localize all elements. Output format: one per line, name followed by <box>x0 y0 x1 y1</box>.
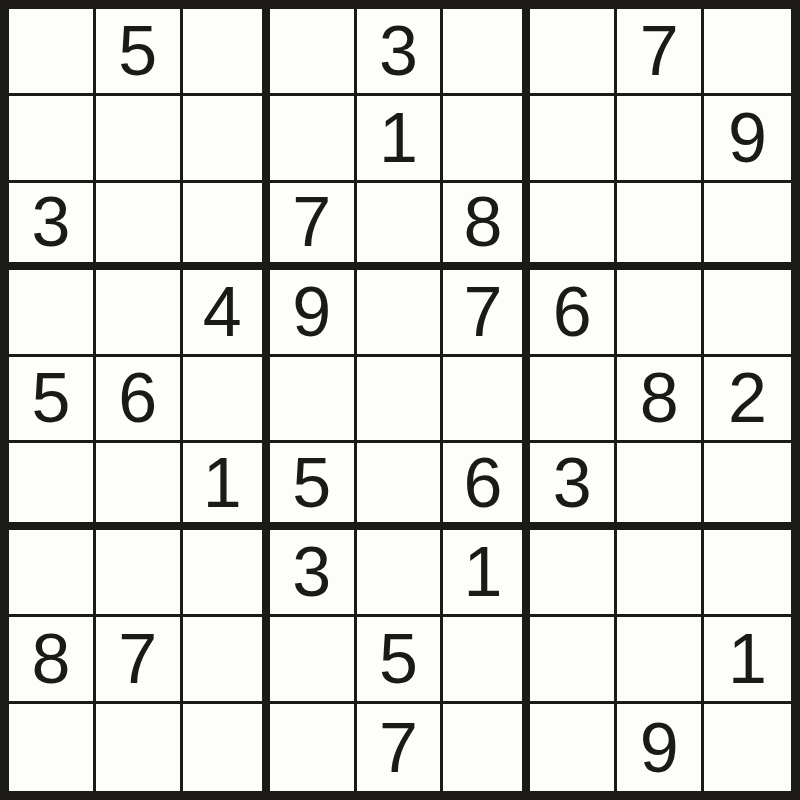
cell-r4c3: 4 <box>183 270 270 357</box>
cell-r3c9[interactable] <box>704 183 791 270</box>
cell-r1c4[interactable] <box>270 9 357 96</box>
cell-r2c6[interactable] <box>443 96 530 183</box>
cell-r8c8[interactable] <box>617 617 704 704</box>
cell-r1c2: 5 <box>96 9 183 96</box>
cell-r7c7[interactable] <box>530 530 617 617</box>
cell-r4c4: 9 <box>270 270 357 357</box>
cell-r9c2[interactable] <box>96 704 183 791</box>
cell-r7c3[interactable] <box>183 530 270 617</box>
cell-r4c7: 6 <box>530 270 617 357</box>
cell-r4c1[interactable] <box>9 270 96 357</box>
cell-r5c4[interactable] <box>270 357 357 444</box>
cell-r8c4[interactable] <box>270 617 357 704</box>
cell-r1c3[interactable] <box>183 9 270 96</box>
cell-r5c1: 5 <box>9 357 96 444</box>
cell-r2c3[interactable] <box>183 96 270 183</box>
cell-r2c4[interactable] <box>270 96 357 183</box>
cell-r8c1: 8 <box>9 617 96 704</box>
cell-r3c5[interactable] <box>357 183 444 270</box>
cell-r2c1[interactable] <box>9 96 96 183</box>
cell-r2c8[interactable] <box>617 96 704 183</box>
cell-r3c4: 7 <box>270 183 357 270</box>
cell-r8c7[interactable] <box>530 617 617 704</box>
cell-r4c6: 7 <box>443 270 530 357</box>
cell-r8c9: 1 <box>704 617 791 704</box>
cell-r7c2[interactable] <box>96 530 183 617</box>
cell-r5c8: 8 <box>617 357 704 444</box>
cell-r8c6[interactable] <box>443 617 530 704</box>
cell-r8c5: 5 <box>357 617 444 704</box>
cell-r7c9[interactable] <box>704 530 791 617</box>
cell-r7c6: 1 <box>443 530 530 617</box>
cell-r1c6[interactable] <box>443 9 530 96</box>
cell-r4c2[interactable] <box>96 270 183 357</box>
cell-r5c2: 6 <box>96 357 183 444</box>
cell-r5c7[interactable] <box>530 357 617 444</box>
cell-r9c1[interactable] <box>9 704 96 791</box>
cell-r9c7[interactable] <box>530 704 617 791</box>
cell-r2c7[interactable] <box>530 96 617 183</box>
cell-r9c8: 9 <box>617 704 704 791</box>
cell-r1c1[interactable] <box>9 9 96 96</box>
cell-r3c8[interactable] <box>617 183 704 270</box>
cell-r5c6[interactable] <box>443 357 530 444</box>
cell-r3c2[interactable] <box>96 183 183 270</box>
cell-r9c6[interactable] <box>443 704 530 791</box>
cell-r6c5[interactable] <box>357 443 444 530</box>
cell-r3c7[interactable] <box>530 183 617 270</box>
cell-r1c9[interactable] <box>704 9 791 96</box>
cell-r5c9: 2 <box>704 357 791 444</box>
cell-r2c5: 1 <box>357 96 444 183</box>
cell-r1c5: 3 <box>357 9 444 96</box>
cell-r7c4: 3 <box>270 530 357 617</box>
cell-r4c5[interactable] <box>357 270 444 357</box>
cell-r6c8[interactable] <box>617 443 704 530</box>
cell-r6c2[interactable] <box>96 443 183 530</box>
cell-r1c8: 7 <box>617 9 704 96</box>
cell-r6c6: 6 <box>443 443 530 530</box>
cell-r7c1[interactable] <box>9 530 96 617</box>
cell-r9c3[interactable] <box>183 704 270 791</box>
cell-r2c9: 9 <box>704 96 791 183</box>
cell-r4c8[interactable] <box>617 270 704 357</box>
cell-r3c6: 8 <box>443 183 530 270</box>
cell-r3c3[interactable] <box>183 183 270 270</box>
cell-r4c9[interactable] <box>704 270 791 357</box>
cell-r6c7: 3 <box>530 443 617 530</box>
cell-r6c3: 1 <box>183 443 270 530</box>
cell-r6c1[interactable] <box>9 443 96 530</box>
cell-r5c5[interactable] <box>357 357 444 444</box>
cell-r9c5: 7 <box>357 704 444 791</box>
cell-r8c3[interactable] <box>183 617 270 704</box>
cell-r8c2: 7 <box>96 617 183 704</box>
cell-r7c8[interactable] <box>617 530 704 617</box>
cell-r7c5[interactable] <box>357 530 444 617</box>
cell-r9c9[interactable] <box>704 704 791 791</box>
cell-r3c1: 3 <box>9 183 96 270</box>
cell-r1c7[interactable] <box>530 9 617 96</box>
cell-r9c4[interactable] <box>270 704 357 791</box>
cell-r5c3[interactable] <box>183 357 270 444</box>
cell-r2c2[interactable] <box>96 96 183 183</box>
cell-r6c4: 5 <box>270 443 357 530</box>
sudoku-board: 5371937849765682156331875179 <box>0 0 800 800</box>
cell-r6c9[interactable] <box>704 443 791 530</box>
